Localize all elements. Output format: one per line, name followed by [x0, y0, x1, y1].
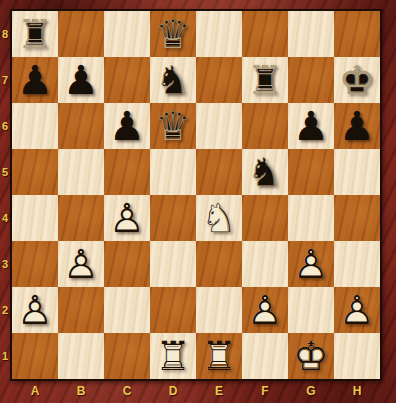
- piece-black-queen[interactable]: ♛♕: [150, 103, 196, 149]
- piece-black-knight[interactable]: ♞♘: [242, 149, 288, 195]
- file-label-c: C: [104, 381, 150, 401]
- black-knight-outline-icon: ♘: [242, 149, 288, 195]
- white-pawn-outline-icon: ♙: [288, 241, 334, 287]
- square-f2[interactable]: ♟♙: [242, 287, 288, 333]
- square-g7[interactable]: [288, 57, 334, 103]
- square-a6[interactable]: [12, 103, 58, 149]
- square-g1[interactable]: ♚♔: [288, 333, 334, 379]
- piece-black-pawn[interactable]: ♟: [288, 103, 334, 149]
- file-label-f: F: [242, 381, 288, 401]
- square-d7[interactable]: ♞♘: [150, 57, 196, 103]
- piece-black-knight[interactable]: ♞♘: [150, 57, 196, 103]
- square-f1[interactable]: [242, 333, 288, 379]
- white-knight-outline-icon: ♘: [196, 195, 242, 241]
- square-a2[interactable]: ♟♙: [12, 287, 58, 333]
- square-b1[interactable]: [58, 333, 104, 379]
- square-d4[interactable]: [150, 195, 196, 241]
- rank-labels: 87654321: [0, 11, 10, 379]
- rank-label-5: 5: [0, 149, 10, 195]
- square-c2[interactable]: [104, 287, 150, 333]
- rank-label-8: 8: [0, 11, 10, 57]
- square-c7[interactable]: [104, 57, 150, 103]
- piece-white-pawn[interactable]: ♟♙: [242, 287, 288, 333]
- file-label-a: A: [12, 381, 58, 401]
- square-b3[interactable]: ♟♙: [58, 241, 104, 287]
- square-h3[interactable]: [334, 241, 380, 287]
- square-f3[interactable]: [242, 241, 288, 287]
- file-label-h: H: [334, 381, 380, 401]
- piece-white-rook[interactable]: ♜♖: [150, 333, 196, 379]
- square-c1[interactable]: [104, 333, 150, 379]
- square-f8[interactable]: [242, 11, 288, 57]
- rank-label-4: 4: [0, 195, 10, 241]
- square-g3[interactable]: ♟♙: [288, 241, 334, 287]
- square-d2[interactable]: [150, 287, 196, 333]
- rank-label-6: 6: [0, 103, 10, 149]
- square-e3[interactable]: [196, 241, 242, 287]
- file-labels: ABCDEFGH: [12, 381, 380, 401]
- board: ♜♖♛♕♟♟♞♘♜♖♚♔♟♛♕♟♟♞♘♟♙♞♘♟♙♟♙♟♙♟♙♟♙♜♖♜♖♚♔: [10, 9, 382, 381]
- square-d1[interactable]: ♜♖: [150, 333, 196, 379]
- file-label-e: E: [196, 381, 242, 401]
- square-a3[interactable]: [12, 241, 58, 287]
- piece-black-pawn[interactable]: ♟: [58, 57, 104, 103]
- square-b2[interactable]: [58, 287, 104, 333]
- square-h4[interactable]: [334, 195, 380, 241]
- square-h2[interactable]: ♟♙: [334, 287, 380, 333]
- square-b7[interactable]: ♟: [58, 57, 104, 103]
- black-pawn-icon: ♟: [12, 57, 58, 103]
- chessboard-frame: 87654321 ♜♖♛♕♟♟♞♘♜♖♚♔♟♛♕♟♟♞♘♟♙♞♘♟♙♟♙♟♙♟♙…: [0, 0, 396, 403]
- square-e5[interactable]: [196, 149, 242, 195]
- square-c4[interactable]: ♟♙: [104, 195, 150, 241]
- black-knight-outline-icon: ♘: [150, 57, 196, 103]
- file-label-b: B: [58, 381, 104, 401]
- square-e2[interactable]: [196, 287, 242, 333]
- piece-white-rook[interactable]: ♜♖: [196, 333, 242, 379]
- piece-white-pawn[interactable]: ♟♙: [104, 195, 150, 241]
- white-pawn-outline-icon: ♙: [104, 195, 150, 241]
- square-b6[interactable]: [58, 103, 104, 149]
- white-pawn-outline-icon: ♙: [58, 241, 104, 287]
- square-d8[interactable]: ♛♕: [150, 11, 196, 57]
- piece-white-pawn[interactable]: ♟♙: [288, 241, 334, 287]
- square-d5[interactable]: [150, 149, 196, 195]
- white-pawn-outline-icon: ♙: [12, 287, 58, 333]
- square-f5[interactable]: ♞♘: [242, 149, 288, 195]
- piece-white-pawn[interactable]: ♟♙: [58, 241, 104, 287]
- square-a7[interactable]: ♟: [12, 57, 58, 103]
- white-rook-outline-icon: ♖: [150, 333, 196, 379]
- square-e8[interactable]: [196, 11, 242, 57]
- file-label-g: G: [288, 381, 334, 401]
- black-pawn-icon: ♟: [334, 103, 380, 149]
- black-king-outline-icon: ♔: [334, 57, 380, 103]
- piece-black-pawn[interactable]: ♟: [12, 57, 58, 103]
- square-h1[interactable]: [334, 333, 380, 379]
- square-h5[interactable]: [334, 149, 380, 195]
- square-b4[interactable]: [58, 195, 104, 241]
- black-pawn-icon: ♟: [58, 57, 104, 103]
- piece-white-pawn[interactable]: ♟♙: [12, 287, 58, 333]
- piece-white-knight[interactable]: ♞♘: [196, 195, 242, 241]
- square-e6[interactable]: [196, 103, 242, 149]
- black-queen-outline-icon: ♕: [150, 11, 196, 57]
- black-rook-outline-icon: ♖: [12, 11, 58, 57]
- square-c8[interactable]: [104, 11, 150, 57]
- square-a5[interactable]: [12, 149, 58, 195]
- white-pawn-outline-icon: ♙: [334, 287, 380, 333]
- rank-label-7: 7: [0, 57, 10, 103]
- square-c6[interactable]: ♟: [104, 103, 150, 149]
- square-h6[interactable]: ♟: [334, 103, 380, 149]
- square-a4[interactable]: [12, 195, 58, 241]
- square-g5[interactable]: [288, 149, 334, 195]
- square-d6[interactable]: ♛♕: [150, 103, 196, 149]
- piece-black-queen[interactable]: ♛♕: [150, 11, 196, 57]
- square-g4[interactable]: [288, 195, 334, 241]
- square-d3[interactable]: [150, 241, 196, 287]
- piece-white-pawn[interactable]: ♟♙: [334, 287, 380, 333]
- square-f6[interactable]: [242, 103, 288, 149]
- square-e7[interactable]: [196, 57, 242, 103]
- rank-label-3: 3: [0, 241, 10, 287]
- black-pawn-icon: ♟: [104, 103, 150, 149]
- piece-black-rook[interactable]: ♜♖: [242, 57, 288, 103]
- square-g6[interactable]: ♟: [288, 103, 334, 149]
- file-label-d: D: [150, 381, 196, 401]
- square-f4[interactable]: [242, 195, 288, 241]
- square-c3[interactable]: [104, 241, 150, 287]
- piece-black-rook[interactable]: ♜♖: [12, 11, 58, 57]
- white-rook-outline-icon: ♖: [196, 333, 242, 379]
- rank-label-1: 1: [0, 333, 10, 379]
- square-c5[interactable]: [104, 149, 150, 195]
- square-e4[interactable]: ♞♘: [196, 195, 242, 241]
- square-f7[interactable]: ♜♖: [242, 57, 288, 103]
- white-pawn-outline-icon: ♙: [242, 287, 288, 333]
- piece-black-king[interactable]: ♚♔: [334, 57, 380, 103]
- piece-white-king[interactable]: ♚♔: [288, 333, 334, 379]
- piece-black-pawn[interactable]: ♟: [334, 103, 380, 149]
- white-king-outline-icon: ♔: [288, 333, 334, 379]
- square-b8[interactable]: [58, 11, 104, 57]
- black-queen-outline-icon: ♕: [150, 103, 196, 149]
- square-h8[interactable]: [334, 11, 380, 57]
- rank-label-2: 2: [0, 287, 10, 333]
- black-pawn-icon: ♟: [288, 103, 334, 149]
- square-a1[interactable]: [12, 333, 58, 379]
- square-g8[interactable]: [288, 11, 334, 57]
- square-b5[interactable]: [58, 149, 104, 195]
- square-a8[interactable]: ♜♖: [12, 11, 58, 57]
- piece-black-pawn[interactable]: ♟: [104, 103, 150, 149]
- square-h7[interactable]: ♚♔: [334, 57, 380, 103]
- square-e1[interactable]: ♜♖: [196, 333, 242, 379]
- square-g2[interactable]: [288, 287, 334, 333]
- black-rook-outline-icon: ♖: [242, 57, 288, 103]
